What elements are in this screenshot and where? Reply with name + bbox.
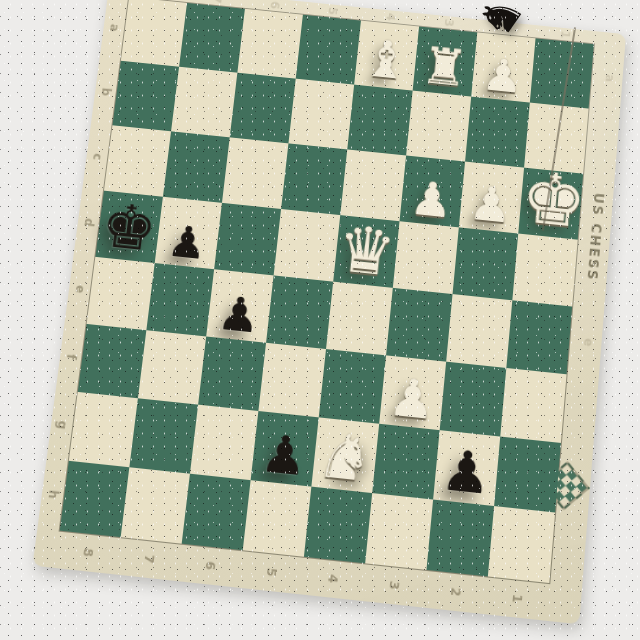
square-c8[interactable] <box>104 125 171 196</box>
rank-label-top-6: 6 <box>267 1 281 10</box>
square-a6[interactable] <box>237 9 303 79</box>
white-pawn-c3[interactable]: ♟ <box>400 173 464 226</box>
square-b7[interactable] <box>171 67 237 138</box>
square-d3[interactable] <box>393 221 459 294</box>
square-a3[interactable]: ♜ <box>413 27 478 97</box>
square-d6[interactable] <box>214 203 281 276</box>
square-d4[interactable]: ♛ <box>333 215 399 288</box>
rank-label-top-5: 5 <box>325 7 339 16</box>
square-f3[interactable]: ♟ <box>379 355 446 430</box>
square-h2[interactable] <box>426 500 494 577</box>
white-rook-a3[interactable]: ♜ <box>413 39 476 95</box>
square-d1[interactable] <box>512 234 577 307</box>
square-g4[interactable]: ♞ <box>311 417 379 493</box>
rank-label-top-1: 1 <box>558 30 572 39</box>
photo-scene: ♝♜♟♟♟♚♚♟♛♟♟♟♞♟ abcdefgh8765432187654321a… <box>0 0 640 640</box>
square-f8[interactable] <box>78 324 147 398</box>
square-a8[interactable] <box>121 0 187 67</box>
square-c2[interactable]: ♟ <box>459 162 524 234</box>
square-g3[interactable] <box>372 424 439 500</box>
file-label-left-c: c <box>90 153 105 161</box>
rank-label-top-3: 3 <box>442 18 456 27</box>
square-g8[interactable] <box>69 392 138 467</box>
square-f7[interactable] <box>138 330 206 404</box>
white-bishop-a4[interactable]: ♝ <box>354 32 418 89</box>
square-d8[interactable]: ♚ <box>95 191 163 263</box>
square-b2[interactable] <box>465 97 530 168</box>
square-e3[interactable] <box>386 288 452 362</box>
square-f1[interactable] <box>500 368 566 443</box>
square-b4[interactable] <box>347 85 412 156</box>
black-pawn-g2[interactable]: ♟ <box>433 441 499 504</box>
square-d2[interactable] <box>453 227 519 300</box>
square-h3[interactable] <box>365 493 433 570</box>
rank-label-top-4: 4 <box>383 12 397 21</box>
square-c4[interactable] <box>340 149 406 221</box>
square-b6[interactable] <box>230 73 296 144</box>
board-grid: ♝♜♟♟♟♚♚♟♛♟♟♟♞♟ <box>60 0 594 583</box>
file-label-right-a: a <box>603 74 617 83</box>
rank-label-bottom-6: 6 <box>202 561 217 571</box>
square-d5[interactable] <box>274 209 341 282</box>
file-label-left-d: d <box>81 218 96 228</box>
square-f5[interactable] <box>258 343 326 418</box>
square-e8[interactable] <box>87 257 155 330</box>
rank-label-bottom-8: 8 <box>80 547 95 557</box>
square-c3[interactable]: ♟ <box>400 155 466 227</box>
square-g2[interactable]: ♟ <box>433 430 500 506</box>
square-e5[interactable] <box>266 275 333 349</box>
square-e2[interactable] <box>446 294 512 368</box>
square-g6[interactable] <box>190 405 258 481</box>
square-g5[interactable]: ♟ <box>251 411 319 487</box>
square-a4[interactable]: ♝ <box>354 21 419 91</box>
rank-label-bottom-1: 1 <box>509 593 524 603</box>
black-pawn-d7[interactable]: ♟ <box>155 218 219 267</box>
square-a7[interactable] <box>179 3 245 73</box>
square-h6[interactable] <box>182 474 251 551</box>
square-c5[interactable] <box>281 143 347 215</box>
square-f6[interactable] <box>198 336 266 411</box>
square-h5[interactable] <box>243 480 312 557</box>
square-g1[interactable] <box>494 437 561 513</box>
square-e7[interactable] <box>146 263 214 336</box>
square-h7[interactable] <box>121 467 190 543</box>
file-label-left-f: f <box>64 353 79 360</box>
square-b5[interactable] <box>288 79 354 150</box>
square-h1[interactable] <box>488 506 555 583</box>
square-a5[interactable] <box>296 15 361 85</box>
square-g7[interactable] <box>129 398 198 473</box>
black-king-d8[interactable]: ♚ <box>96 195 163 262</box>
square-h8[interactable] <box>60 461 130 537</box>
file-label-left-b: b <box>99 87 114 97</box>
rank-label-top-7: 7 <box>210 0 224 4</box>
rank-label-bottom-5: 5 <box>264 567 279 577</box>
square-h4[interactable] <box>304 487 372 564</box>
file-label-left-g: g <box>55 420 70 430</box>
square-d7[interactable]: ♟ <box>155 197 222 269</box>
square-f4[interactable] <box>319 349 386 424</box>
rank-label-bottom-3: 3 <box>386 580 401 590</box>
square-e6[interactable]: ♟ <box>206 269 273 343</box>
black-pawn-e6[interactable]: ♟ <box>206 288 271 341</box>
rank-label-bottom-2: 2 <box>448 587 463 597</box>
square-f2[interactable] <box>440 362 507 437</box>
square-e1[interactable] <box>506 300 572 374</box>
file-label-left-e: e <box>73 284 88 293</box>
square-c7[interactable] <box>163 131 230 203</box>
square-c6[interactable] <box>222 137 288 209</box>
white-pawn-f3[interactable]: ♟ <box>379 369 444 428</box>
square-b8[interactable] <box>112 61 179 132</box>
white-pawn-c2[interactable]: ♟ <box>459 178 523 232</box>
file-label-left-h: h <box>46 489 61 499</box>
rank-label-bottom-7: 7 <box>141 554 156 564</box>
square-e4[interactable] <box>326 282 393 356</box>
file-label-left-a: a <box>107 23 122 32</box>
square-b3[interactable] <box>406 91 471 162</box>
black-pawn-g5[interactable]: ♟ <box>251 426 317 484</box>
white-pawn-a2[interactable]: ♟ <box>471 50 534 100</box>
chess-board: ♝♜♟♟♟♚♚♟♛♟♟♟♞♟ abcdefgh8765432187654321a… <box>32 0 626 624</box>
rank-label-bottom-4: 4 <box>325 574 340 584</box>
white-queen-d4[interactable]: ♛ <box>333 216 399 286</box>
white-knight-g4[interactable]: ♞ <box>312 422 379 491</box>
